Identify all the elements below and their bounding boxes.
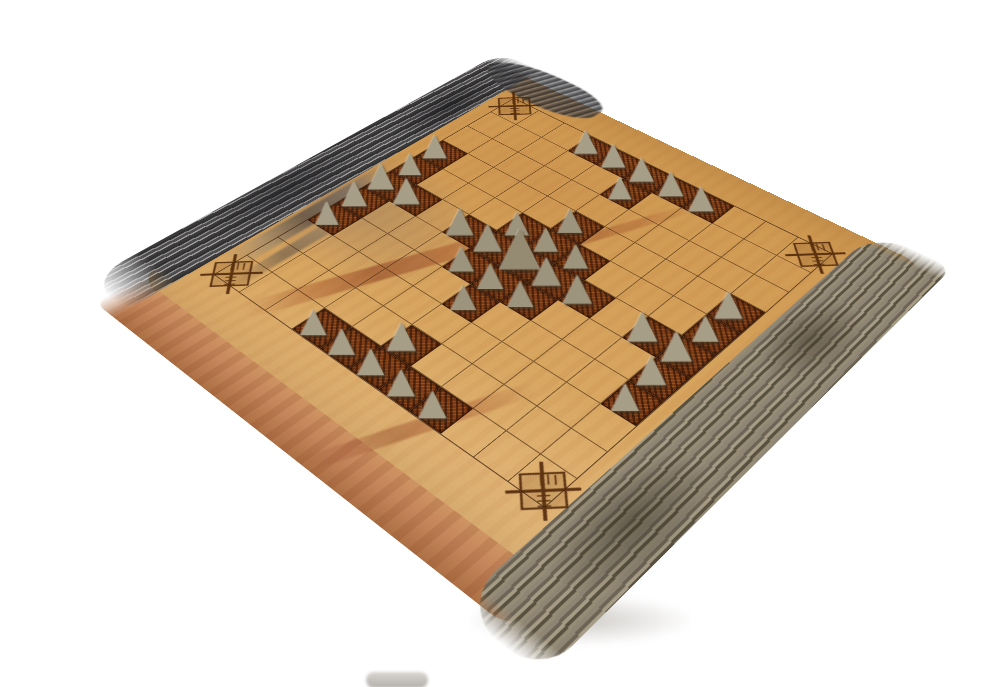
- defender-piece: ▲: [558, 268, 597, 304]
- attacker-piece: ▲: [411, 384, 454, 419]
- defender-piece: ▲: [444, 279, 483, 310]
- photo-edge-artifact: [366, 672, 428, 687]
- board-square: ▲: [601, 380, 664, 426]
- product-photo: ▲▲▲▲▲▲▲▲▲▲▲▲▲▲▲▲▲▲▲▲▲▲▲▲▲▲▲▲▲▲▲▲▲▲▲▲▲: [0, 0, 1000, 687]
- wooden-board-slab: ▲▲▲▲▲▲▲▲▲▲▲▲▲▲▲▲▲▲▲▲▲▲▲▲▲▲▲▲▲▲▲▲▲▲▲▲▲: [136, 68, 928, 607]
- defender-piece: ▲: [501, 275, 540, 307]
- attacker-piece: ▲: [603, 171, 638, 199]
- attacker-piece: ▲: [683, 181, 719, 212]
- attacker-piece: ▲: [309, 196, 345, 225]
- attacker-piece: ▲: [389, 172, 425, 205]
- attacker-piece: ▲: [604, 377, 647, 411]
